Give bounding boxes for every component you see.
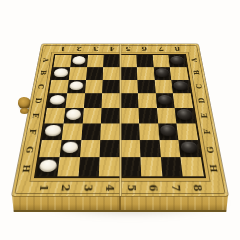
square-B7[interactable] (153, 67, 171, 80)
white-checker-B1[interactable] (54, 69, 69, 77)
fold-seam-side (119, 195, 121, 210)
square-H8[interactable] (181, 157, 204, 176)
black-checker-A8[interactable] (170, 56, 184, 64)
square-E7[interactable] (157, 108, 177, 123)
square-C3[interactable] (85, 80, 103, 94)
bottom-number-1: 1 (33, 178, 53, 199)
square-A3[interactable] (87, 55, 104, 67)
square-E3[interactable] (82, 108, 101, 123)
right-letter-H: H (202, 161, 226, 175)
bottom-number-6: 6 (144, 178, 162, 199)
square-D3[interactable] (83, 93, 102, 107)
left-letter-C: C (31, 81, 51, 91)
black-checker-B7[interactable] (155, 69, 169, 77)
right-letter-A: A (185, 56, 203, 65)
square-G1[interactable] (39, 140, 61, 158)
square-F2[interactable] (61, 123, 82, 139)
bottom-number-2: 2 (56, 178, 75, 199)
top-number-5: 5 (120, 45, 136, 53)
white-checker-G2[interactable] (62, 142, 79, 154)
right-letter-F: F (197, 126, 219, 138)
square-G4[interactable] (100, 140, 120, 158)
square-C1[interactable] (49, 80, 68, 94)
square-C7[interactable] (154, 80, 173, 94)
square-H3[interactable] (78, 157, 100, 176)
square-B3[interactable] (86, 67, 104, 80)
square-A7[interactable] (152, 55, 170, 67)
square-H6[interactable] (140, 157, 162, 176)
square-F5[interactable] (120, 123, 140, 139)
square-D2[interactable] (65, 93, 84, 107)
white-checker-C2[interactable] (69, 81, 84, 90)
white-checker-A2[interactable] (72, 56, 86, 64)
square-E4[interactable] (101, 108, 120, 123)
square-A2[interactable] (70, 55, 88, 67)
square-G5[interactable] (120, 140, 140, 158)
perspective-wrapper: 12345678 12345678 ABCDEFGH ABCDEFGH (12, 0, 228, 196)
right-letter-B: B (187, 68, 206, 77)
square-E1[interactable] (45, 108, 66, 123)
bottom-number-5: 5 (123, 178, 140, 199)
square-F4[interactable] (100, 123, 120, 139)
left-letter-F: F (21, 126, 43, 138)
square-E2[interactable] (63, 108, 83, 123)
square-F7[interactable] (158, 123, 179, 139)
square-D7[interactable] (155, 93, 174, 107)
square-C8[interactable] (171, 80, 190, 94)
square-F8[interactable] (177, 123, 198, 139)
square-B5[interactable] (120, 67, 137, 80)
right-letter-C: C (190, 81, 210, 91)
square-C2[interactable] (67, 80, 86, 94)
bottom-number-3: 3 (78, 178, 96, 199)
square-D5[interactable] (120, 93, 138, 107)
top-number-6: 6 (136, 45, 153, 53)
square-D8[interactable] (173, 93, 193, 107)
square-C5[interactable] (120, 80, 138, 94)
bottom-number-4: 4 (100, 178, 117, 199)
square-A5[interactable] (120, 55, 137, 67)
square-D1[interactable] (47, 93, 67, 107)
fold-seam (119, 44, 122, 196)
square-G2[interactable] (59, 140, 81, 158)
top-number-3: 3 (87, 45, 104, 53)
checkers-board: 12345678 12345678 ABCDEFGH ABCDEFGH (12, 44, 228, 196)
photo-stage: 12345678 12345678 ABCDEFGH ABCDEFGH (0, 0, 240, 240)
square-H2[interactable] (57, 157, 79, 176)
square-A8[interactable] (169, 55, 187, 67)
square-E8[interactable] (175, 108, 196, 123)
square-E6[interactable] (138, 108, 157, 123)
square-G7[interactable] (159, 140, 181, 158)
square-A1[interactable] (53, 55, 71, 67)
square-F1[interactable] (42, 123, 63, 139)
right-letter-D: D (192, 95, 212, 106)
white-checker-F1[interactable] (44, 125, 61, 136)
right-letter-G: G (199, 143, 222, 156)
square-H5[interactable] (120, 157, 141, 176)
square-B6[interactable] (137, 67, 155, 80)
left-letter-A: A (36, 56, 54, 65)
board-3d: 12345678 12345678 ABCDEFGH ABCDEFGH (12, 44, 228, 196)
square-B4[interactable] (103, 67, 120, 80)
square-G8[interactable] (179, 140, 201, 158)
left-letter-H: H (14, 161, 38, 175)
left-letter-B: B (34, 68, 53, 77)
square-B1[interactable] (51, 67, 70, 80)
square-F6[interactable] (139, 123, 159, 139)
top-number-7: 7 (152, 45, 169, 53)
bottom-number-8: 8 (187, 178, 207, 199)
left-letter-D: D (28, 95, 48, 106)
square-A4[interactable] (103, 55, 120, 67)
right-letter-E: E (194, 110, 215, 121)
white-checker-D1[interactable] (49, 95, 65, 104)
top-number-4: 4 (104, 45, 120, 53)
black-checker-E8[interactable] (177, 110, 193, 120)
top-number-2: 2 (71, 45, 88, 53)
square-C4[interactable] (102, 80, 120, 94)
left-letter-E: E (25, 110, 46, 121)
square-F3[interactable] (81, 123, 101, 139)
square-G6[interactable] (140, 140, 161, 158)
square-B8[interactable] (170, 67, 189, 80)
square-D4[interactable] (102, 93, 120, 107)
square-H1[interactable] (36, 157, 59, 176)
square-H7[interactable] (160, 157, 182, 176)
black-checker-G8[interactable] (181, 142, 198, 154)
black-checker-F7[interactable] (160, 125, 176, 136)
white-checker-H1[interactable] (39, 159, 57, 171)
bottom-number-7: 7 (166, 178, 185, 199)
black-checker-D7[interactable] (157, 95, 172, 104)
square-E5[interactable] (120, 108, 139, 123)
black-checker-C8[interactable] (173, 81, 188, 90)
top-number-1: 1 (54, 45, 71, 53)
white-checker-E2[interactable] (66, 110, 82, 120)
square-A6[interactable] (136, 55, 153, 67)
square-H4[interactable] (99, 157, 120, 176)
top-number-8: 8 (168, 45, 185, 53)
square-B2[interactable] (69, 67, 87, 80)
square-G3[interactable] (80, 140, 101, 158)
left-letter-G: G (18, 143, 41, 156)
square-D6[interactable] (138, 93, 157, 107)
square-C6[interactable] (137, 80, 155, 94)
